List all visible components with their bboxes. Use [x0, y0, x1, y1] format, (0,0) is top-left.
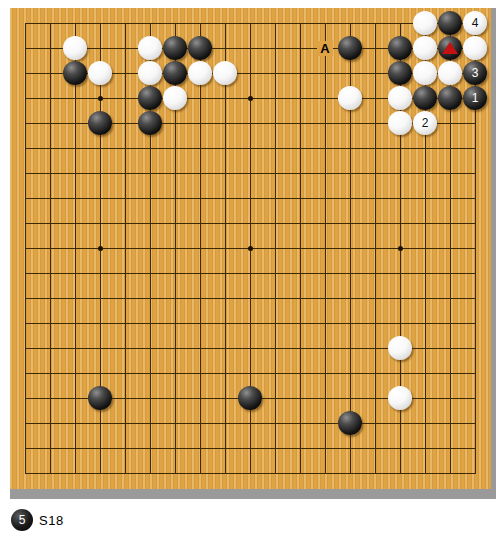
- intersection: [263, 61, 288, 86]
- intersection: [213, 286, 238, 311]
- intersection: [413, 461, 438, 486]
- intersection: [188, 186, 213, 211]
- intersection: [363, 136, 388, 161]
- white-stone: 4: [463, 11, 487, 35]
- intersection: [38, 286, 63, 311]
- intersection: [188, 111, 213, 136]
- intersection: [438, 336, 463, 361]
- intersection: [88, 11, 113, 36]
- black-stone: [338, 411, 362, 435]
- intersection: [238, 236, 263, 261]
- intersection: [338, 461, 363, 486]
- intersection: [13, 261, 38, 286]
- intersection: [363, 286, 388, 311]
- intersection: [263, 111, 288, 136]
- intersection: [63, 136, 88, 161]
- intersection: [163, 286, 188, 311]
- intersection: [38, 111, 63, 136]
- intersection: [413, 211, 438, 236]
- intersection: [438, 236, 463, 261]
- intersection: [263, 36, 288, 61]
- black-stone: 3: [463, 61, 487, 85]
- intersection: [238, 311, 263, 336]
- intersection: [113, 211, 138, 236]
- intersection: [88, 261, 113, 286]
- intersection: [38, 311, 63, 336]
- intersection: [63, 261, 88, 286]
- intersection: [438, 11, 463, 36]
- intersection: [213, 336, 238, 361]
- intersection: [388, 136, 413, 161]
- intersection: [188, 336, 213, 361]
- intersection: [63, 411, 88, 436]
- white-stone: [388, 336, 412, 360]
- intersection: [213, 36, 238, 61]
- black-stone: [388, 36, 412, 60]
- intersection: [38, 461, 63, 486]
- move-number: 4: [472, 17, 479, 29]
- intersection: [213, 361, 238, 386]
- intersection: [13, 11, 38, 36]
- intersection: [13, 386, 38, 411]
- black-stone: [88, 386, 112, 410]
- intersection: [113, 386, 138, 411]
- intersection: [363, 361, 388, 386]
- intersection: [88, 286, 113, 311]
- white-stone: [138, 61, 162, 85]
- intersection: [338, 61, 363, 86]
- intersection: [88, 236, 113, 261]
- intersection: [163, 36, 188, 61]
- intersection: [313, 311, 338, 336]
- intersection: [113, 361, 138, 386]
- intersection: [63, 361, 88, 386]
- intersection: [113, 136, 138, 161]
- intersection: [38, 36, 63, 61]
- white-stone: [388, 111, 412, 135]
- intersection: [238, 361, 263, 386]
- intersection: [288, 286, 313, 311]
- intersection: [363, 411, 388, 436]
- intersection: [113, 261, 138, 286]
- intersection: [213, 436, 238, 461]
- intersection: [88, 136, 113, 161]
- intersection: [288, 61, 313, 86]
- intersection: [388, 161, 413, 186]
- intersection: [13, 86, 38, 111]
- intersection: [263, 11, 288, 36]
- intersection: [63, 86, 88, 111]
- intersection: [38, 386, 63, 411]
- intersection: [38, 211, 63, 236]
- intersection: [313, 386, 338, 411]
- intersection: [13, 286, 38, 311]
- intersection: [263, 461, 288, 486]
- intersection: [138, 36, 163, 61]
- white-stone: [438, 61, 462, 85]
- intersection: [13, 311, 38, 336]
- intersection: [463, 336, 488, 361]
- intersection: [13, 361, 38, 386]
- intersection: [388, 61, 413, 86]
- intersection: [138, 261, 163, 286]
- intersection: [263, 411, 288, 436]
- intersection: [163, 461, 188, 486]
- intersection: [263, 236, 288, 261]
- white-stone: [88, 61, 112, 85]
- intersection: [188, 386, 213, 411]
- intersection: [438, 386, 463, 411]
- intersection: [213, 411, 238, 436]
- intersection: [38, 361, 63, 386]
- intersection: [413, 311, 438, 336]
- intersection: [88, 361, 113, 386]
- intersection: [163, 111, 188, 136]
- intersection: [263, 186, 288, 211]
- intersection: [263, 336, 288, 361]
- intersection: [113, 336, 138, 361]
- intersection: [463, 286, 488, 311]
- intersection: [38, 411, 63, 436]
- intersection: [113, 286, 138, 311]
- intersection: [88, 111, 113, 136]
- caption-coordinate: S18: [39, 513, 64, 528]
- intersection: [288, 411, 313, 436]
- intersection: [413, 361, 438, 386]
- intersection: [63, 111, 88, 136]
- intersection: [138, 436, 163, 461]
- intersection: [188, 86, 213, 111]
- intersection: [438, 111, 463, 136]
- intersection: [363, 261, 388, 286]
- intersection: [38, 236, 63, 261]
- intersection: [438, 211, 463, 236]
- intersection: [388, 311, 413, 336]
- intersection: [388, 436, 413, 461]
- intersection: [88, 211, 113, 236]
- intersection: [438, 36, 463, 61]
- intersection: [113, 236, 138, 261]
- intersection: [288, 186, 313, 211]
- intersection: [88, 411, 113, 436]
- intersection: [313, 11, 338, 36]
- move-caption: 5 S18: [11, 509, 64, 531]
- intersection: [163, 436, 188, 461]
- intersection: [363, 186, 388, 211]
- intersection: [163, 236, 188, 261]
- intersection: [288, 11, 313, 36]
- intersection: [413, 261, 438, 286]
- intersection: [463, 361, 488, 386]
- intersection: [463, 411, 488, 436]
- intersection: [313, 236, 338, 261]
- intersection: [38, 61, 63, 86]
- intersection: [238, 111, 263, 136]
- intersection: [238, 336, 263, 361]
- move-number: 3: [472, 67, 479, 79]
- intersection: [63, 311, 88, 336]
- intersection: [138, 86, 163, 111]
- intersection: [388, 336, 413, 361]
- intersection: [163, 61, 188, 86]
- intersection: [38, 436, 63, 461]
- intersection: [413, 11, 438, 36]
- intersection: [288, 161, 313, 186]
- caption-move-number: 5: [19, 514, 26, 526]
- intersection: [263, 286, 288, 311]
- intersection: [88, 461, 113, 486]
- intersection: [338, 136, 363, 161]
- intersection: [463, 186, 488, 211]
- intersection: [288, 436, 313, 461]
- intersection: [13, 36, 38, 61]
- intersection: [188, 11, 213, 36]
- intersection: [263, 311, 288, 336]
- intersection: [238, 461, 263, 486]
- intersection: [38, 136, 63, 161]
- intersection: [413, 86, 438, 111]
- intersection: [213, 161, 238, 186]
- intersection: [138, 136, 163, 161]
- intersection: [288, 261, 313, 286]
- intersection: [88, 61, 113, 86]
- intersection: 4: [463, 11, 488, 36]
- intersection: [113, 61, 138, 86]
- intersection: [63, 11, 88, 36]
- intersection: [88, 161, 113, 186]
- intersection: [363, 111, 388, 136]
- intersection: [388, 236, 413, 261]
- intersection: [338, 36, 363, 61]
- intersection: [288, 386, 313, 411]
- intersection: [13, 236, 38, 261]
- black-stone: [438, 11, 462, 35]
- intersection: [113, 186, 138, 211]
- intersection: [38, 11, 63, 36]
- intersection: [88, 186, 113, 211]
- intersection: [413, 161, 438, 186]
- intersection: [313, 111, 338, 136]
- intersection: [38, 261, 63, 286]
- intersection: [13, 336, 38, 361]
- intersection: [63, 211, 88, 236]
- intersection: [138, 336, 163, 361]
- intersection: [388, 261, 413, 286]
- intersection: [413, 386, 438, 411]
- intersection: [213, 111, 238, 136]
- intersection: [238, 136, 263, 161]
- intersection: [413, 61, 438, 86]
- intersection: [188, 36, 213, 61]
- intersection: [188, 311, 213, 336]
- intersection: [363, 86, 388, 111]
- intersection: [263, 86, 288, 111]
- intersection: [113, 11, 138, 36]
- white-stone: [413, 61, 437, 85]
- intersection: [413, 236, 438, 261]
- intersection: [463, 36, 488, 61]
- black-stone: [163, 61, 187, 85]
- intersection: [63, 186, 88, 211]
- intersection: [13, 411, 38, 436]
- intersection: [38, 186, 63, 211]
- intersection: [388, 36, 413, 61]
- intersection: [338, 361, 363, 386]
- black-stone: [163, 36, 187, 60]
- intersection: [438, 261, 463, 286]
- intersection: [388, 211, 413, 236]
- intersection: [113, 161, 138, 186]
- black-stone: [188, 36, 212, 60]
- intersection: [213, 186, 238, 211]
- intersection: [13, 186, 38, 211]
- intersection: [63, 161, 88, 186]
- intersection: [338, 386, 363, 411]
- intersection: [463, 161, 488, 186]
- black-stone: [388, 61, 412, 85]
- intersection: [313, 161, 338, 186]
- intersection: [238, 211, 263, 236]
- intersection: [413, 186, 438, 211]
- intersection: [338, 111, 363, 136]
- black-stone: [138, 111, 162, 135]
- intersection: [113, 311, 138, 336]
- white-stone: [213, 61, 237, 85]
- intersection: [388, 86, 413, 111]
- intersection: [413, 336, 438, 361]
- intersection: [438, 61, 463, 86]
- black-stone: [238, 386, 262, 410]
- intersection: [363, 161, 388, 186]
- black-stone: [63, 61, 87, 85]
- intersection: [13, 436, 38, 461]
- intersection: [338, 336, 363, 361]
- intersection: [63, 286, 88, 311]
- intersection: [338, 211, 363, 236]
- intersection: [338, 86, 363, 111]
- intersection: [213, 261, 238, 286]
- intersection: [13, 461, 38, 486]
- intersection: [138, 286, 163, 311]
- intersection: [213, 461, 238, 486]
- intersection: [363, 436, 388, 461]
- black-stone: [338, 36, 362, 60]
- intersection: [288, 111, 313, 136]
- intersection: [363, 461, 388, 486]
- intersection: [363, 61, 388, 86]
- intersection: [38, 86, 63, 111]
- intersection: [463, 311, 488, 336]
- intersection: [238, 161, 263, 186]
- intersection: [288, 361, 313, 386]
- white-stone: 2: [413, 111, 437, 135]
- intersection: [88, 311, 113, 336]
- black-stone: [438, 86, 462, 110]
- intersection: [138, 361, 163, 386]
- intersection: [88, 86, 113, 111]
- intersection: [313, 461, 338, 486]
- intersection: [138, 161, 163, 186]
- intersection: [338, 11, 363, 36]
- intersection: [263, 261, 288, 286]
- intersection: [363, 311, 388, 336]
- intersection: [38, 336, 63, 361]
- intersection: [13, 111, 38, 136]
- intersection: [188, 211, 213, 236]
- intersection: [163, 86, 188, 111]
- triangle-mark-icon: [442, 42, 458, 54]
- intersection: [13, 161, 38, 186]
- intersection: [413, 411, 438, 436]
- intersection: [463, 111, 488, 136]
- intersection: [413, 436, 438, 461]
- intersection: [338, 261, 363, 286]
- intersection: [213, 236, 238, 261]
- black-stone: 1: [463, 86, 487, 110]
- intersection: [188, 286, 213, 311]
- intersection: [338, 436, 363, 461]
- intersection: [388, 186, 413, 211]
- intersection: [163, 361, 188, 386]
- intersection: [438, 361, 463, 386]
- intersection: [238, 11, 263, 36]
- intersection: 3: [463, 61, 488, 86]
- intersection: [238, 61, 263, 86]
- intersection: [438, 461, 463, 486]
- black-stone: [88, 111, 112, 135]
- intersection: [188, 136, 213, 161]
- intersection: [163, 336, 188, 361]
- intersection: [63, 61, 88, 86]
- black-stone: [138, 86, 162, 110]
- intersection: [288, 211, 313, 236]
- intersection: [288, 461, 313, 486]
- intersection: [213, 11, 238, 36]
- intersection: [163, 186, 188, 211]
- intersection: [463, 236, 488, 261]
- intersection: [213, 136, 238, 161]
- intersection: [163, 211, 188, 236]
- white-stone: [338, 86, 362, 110]
- intersection: [213, 61, 238, 86]
- intersection: [388, 386, 413, 411]
- intersection: [188, 361, 213, 386]
- intersection: [213, 311, 238, 336]
- intersection: [438, 411, 463, 436]
- intersection: [163, 386, 188, 411]
- intersection: [288, 86, 313, 111]
- intersection: [13, 136, 38, 161]
- intersection: [238, 261, 263, 286]
- intersection: [138, 236, 163, 261]
- intersection: [463, 211, 488, 236]
- intersection: [413, 36, 438, 61]
- caption-black-stone: 5: [11, 509, 33, 531]
- intersection: [363, 36, 388, 61]
- move-number: 1: [472, 92, 479, 104]
- white-stone: [63, 36, 87, 60]
- intersection: [463, 261, 488, 286]
- intersection: [438, 86, 463, 111]
- white-stone: [138, 36, 162, 60]
- intersection: [338, 186, 363, 211]
- intersection: [138, 311, 163, 336]
- intersection: [188, 436, 213, 461]
- intersection: [338, 236, 363, 261]
- intersection: [438, 286, 463, 311]
- intersection: [63, 336, 88, 361]
- intersection: [413, 136, 438, 161]
